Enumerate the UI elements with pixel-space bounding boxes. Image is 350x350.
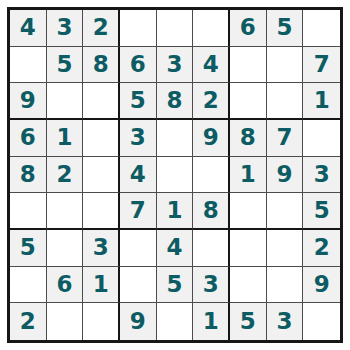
cell-r4c1[interactable]: 6 (10, 120, 47, 157)
cell-r8c4[interactable] (120, 267, 157, 304)
cell-r6c5[interactable]: 1 (157, 193, 194, 230)
cell-r5c5[interactable] (157, 157, 194, 194)
cell-r9c9[interactable] (303, 303, 340, 340)
cell-r3c8[interactable] (267, 83, 304, 120)
cell-r2c1[interactable] (10, 47, 47, 84)
cell-r2c7[interactable] (230, 47, 267, 84)
cell-r5c1[interactable]: 8 (10, 157, 47, 194)
cell-r9c8[interactable]: 3 (267, 303, 304, 340)
cell-r1c6[interactable] (193, 10, 230, 47)
cell-r6c6[interactable]: 8 (193, 193, 230, 230)
cell-r8c6[interactable]: 3 (193, 267, 230, 304)
cell-r2c8[interactable] (267, 47, 304, 84)
cell-r7c3[interactable]: 3 (83, 230, 120, 267)
cell-r3c4[interactable]: 5 (120, 83, 157, 120)
cell-r6c2[interactable] (47, 193, 84, 230)
cell-r5c2[interactable]: 2 (47, 157, 84, 194)
cell-r7c6[interactable] (193, 230, 230, 267)
cell-r1c4[interactable] (120, 10, 157, 47)
cell-r7c7[interactable] (230, 230, 267, 267)
cell-r9c4[interactable]: 9 (120, 303, 157, 340)
cell-r3c2[interactable] (47, 83, 84, 120)
cell-r6c3[interactable] (83, 193, 120, 230)
cell-r3c7[interactable] (230, 83, 267, 120)
cell-r8c7[interactable] (230, 267, 267, 304)
cell-r7c8[interactable] (267, 230, 304, 267)
cell-r4c9[interactable] (303, 120, 340, 157)
cell-r3c9[interactable]: 1 (303, 83, 340, 120)
cell-r3c3[interactable] (83, 83, 120, 120)
cell-r3c1[interactable]: 9 (10, 83, 47, 120)
cell-r2c6[interactable]: 4 (193, 47, 230, 84)
cell-r6c4[interactable]: 7 (120, 193, 157, 230)
cell-r2c4[interactable]: 6 (120, 47, 157, 84)
cell-r5c9[interactable]: 3 (303, 157, 340, 194)
cell-r7c5[interactable]: 4 (157, 230, 194, 267)
cell-r9c6[interactable]: 1 (193, 303, 230, 340)
cell-r3c5[interactable]: 8 (157, 83, 194, 120)
cell-r9c1[interactable]: 2 (10, 303, 47, 340)
cell-r2c2[interactable]: 5 (47, 47, 84, 84)
cell-r2c5[interactable]: 3 (157, 47, 194, 84)
cell-r4c4[interactable]: 3 (120, 120, 157, 157)
cell-r4c2[interactable]: 1 (47, 120, 84, 157)
cell-r2c3[interactable]: 8 (83, 47, 120, 84)
cell-r6c1[interactable] (10, 193, 47, 230)
cell-r4c6[interactable]: 9 (193, 120, 230, 157)
cell-r5c8[interactable]: 9 (267, 157, 304, 194)
cell-r1c2[interactable]: 3 (47, 10, 84, 47)
cell-r9c5[interactable] (157, 303, 194, 340)
cell-r8c8[interactable] (267, 267, 304, 304)
cell-r3c6[interactable]: 2 (193, 83, 230, 120)
cell-r4c5[interactable] (157, 120, 194, 157)
cell-r1c3[interactable]: 2 (83, 10, 120, 47)
cell-r7c1[interactable]: 5 (10, 230, 47, 267)
cell-r4c7[interactable]: 8 (230, 120, 267, 157)
cell-r1c1[interactable]: 4 (10, 10, 47, 47)
cell-r6c9[interactable]: 5 (303, 193, 340, 230)
cell-r6c7[interactable] (230, 193, 267, 230)
cell-r7c2[interactable] (47, 230, 84, 267)
cell-r8c3[interactable]: 1 (83, 267, 120, 304)
cell-r1c9[interactable] (303, 10, 340, 47)
cell-r5c6[interactable] (193, 157, 230, 194)
cell-r1c5[interactable] (157, 10, 194, 47)
cell-r9c2[interactable] (47, 303, 84, 340)
cell-r1c8[interactable]: 5 (267, 10, 304, 47)
cell-r6c8[interactable] (267, 193, 304, 230)
cell-r5c7[interactable]: 1 (230, 157, 267, 194)
cell-r5c3[interactable] (83, 157, 120, 194)
cell-r2c9[interactable]: 7 (303, 47, 340, 84)
cell-r9c3[interactable] (83, 303, 120, 340)
cell-r8c2[interactable]: 6 (47, 267, 84, 304)
cell-r1c7[interactable]: 6 (230, 10, 267, 47)
cell-r8c5[interactable]: 5 (157, 267, 194, 304)
cell-r4c8[interactable]: 7 (267, 120, 304, 157)
cell-r8c9[interactable]: 9 (303, 267, 340, 304)
sudoku-board: 4326558634795821613987824193718553426153… (7, 7, 343, 343)
cell-r9c7[interactable]: 5 (230, 303, 267, 340)
cell-r8c1[interactable] (10, 267, 47, 304)
cell-r7c4[interactable] (120, 230, 157, 267)
cell-r5c4[interactable]: 4 (120, 157, 157, 194)
cell-r4c3[interactable] (83, 120, 120, 157)
cell-r7c9[interactable]: 2 (303, 230, 340, 267)
